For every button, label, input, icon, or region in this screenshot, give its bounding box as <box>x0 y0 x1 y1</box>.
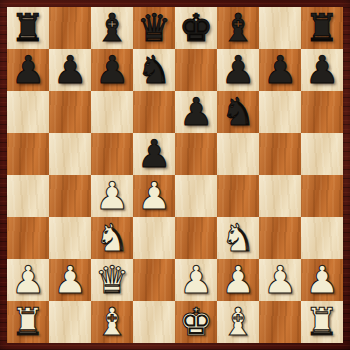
square-g5[interactable] <box>259 133 301 175</box>
square-f7[interactable]: ♟ <box>217 49 259 91</box>
square-g4[interactable] <box>259 175 301 217</box>
white-knight-c3[interactable]: ♞ <box>95 219 129 257</box>
square-a5[interactable] <box>7 133 49 175</box>
square-h5[interactable] <box>301 133 343 175</box>
square-c2[interactable]: ♛ <box>91 259 133 301</box>
white-bishop-c1[interactable]: ♝ <box>95 303 129 341</box>
square-g1[interactable] <box>259 301 301 343</box>
square-e5[interactable] <box>175 133 217 175</box>
square-f6[interactable]: ♞ <box>217 91 259 133</box>
white-pawn-b2[interactable]: ♟ <box>53 261 87 299</box>
square-a1[interactable]: ♜ <box>7 301 49 343</box>
square-d1[interactable] <box>133 301 175 343</box>
white-pawn-c4[interactable]: ♟ <box>95 177 129 215</box>
black-pawn-d5[interactable]: ♟ <box>137 135 171 173</box>
square-b5[interactable] <box>49 133 91 175</box>
square-h2[interactable]: ♟ <box>301 259 343 301</box>
square-d5[interactable]: ♟ <box>133 133 175 175</box>
black-knight-d7[interactable]: ♞ <box>137 51 171 89</box>
white-pawn-d4[interactable]: ♟ <box>137 177 171 215</box>
black-rook-h8[interactable]: ♜ <box>305 9 339 47</box>
black-pawn-a7[interactable]: ♟ <box>11 51 45 89</box>
square-d7[interactable]: ♞ <box>133 49 175 91</box>
square-b2[interactable]: ♟ <box>49 259 91 301</box>
square-e8[interactable]: ♚ <box>175 7 217 49</box>
square-a6[interactable] <box>7 91 49 133</box>
square-e1[interactable]: ♚ <box>175 301 217 343</box>
square-h4[interactable] <box>301 175 343 217</box>
square-b3[interactable] <box>49 217 91 259</box>
square-e3[interactable] <box>175 217 217 259</box>
white-queen-c2[interactable]: ♛ <box>95 261 129 299</box>
black-queen-d8[interactable]: ♛ <box>137 9 171 47</box>
square-a2[interactable]: ♟ <box>7 259 49 301</box>
square-a8[interactable]: ♜ <box>7 7 49 49</box>
square-b7[interactable]: ♟ <box>49 49 91 91</box>
square-e6[interactable]: ♟ <box>175 91 217 133</box>
square-h8[interactable]: ♜ <box>301 7 343 49</box>
black-knight-f6[interactable]: ♞ <box>221 93 255 131</box>
square-c1[interactable]: ♝ <box>91 301 133 343</box>
black-bishop-f8[interactable]: ♝ <box>221 9 255 47</box>
square-d2[interactable] <box>133 259 175 301</box>
white-pawn-f2[interactable]: ♟ <box>221 261 255 299</box>
square-h6[interactable] <box>301 91 343 133</box>
square-f5[interactable] <box>217 133 259 175</box>
square-d6[interactable] <box>133 91 175 133</box>
square-e2[interactable]: ♟ <box>175 259 217 301</box>
white-pawn-h2[interactable]: ♟ <box>305 261 339 299</box>
black-king-e8[interactable]: ♚ <box>179 9 213 47</box>
black-pawn-e6[interactable]: ♟ <box>179 93 213 131</box>
square-h1[interactable]: ♜ <box>301 301 343 343</box>
square-h3[interactable] <box>301 217 343 259</box>
square-f2[interactable]: ♟ <box>217 259 259 301</box>
square-c8[interactable]: ♝ <box>91 7 133 49</box>
square-g7[interactable]: ♟ <box>259 49 301 91</box>
white-rook-h1[interactable]: ♜ <box>305 303 339 341</box>
board-frame: ♜♝♛♚♝♜♟♟♟♞♟♟♟♟♞♟♟♟♞♞♟♟♛♟♟♟♟♜♝♚♝♜ <box>0 0 350 350</box>
square-c4[interactable]: ♟ <box>91 175 133 217</box>
square-c7[interactable]: ♟ <box>91 49 133 91</box>
square-g3[interactable] <box>259 217 301 259</box>
square-f8[interactable]: ♝ <box>217 7 259 49</box>
white-king-e1[interactable]: ♚ <box>179 303 213 341</box>
square-h7[interactable]: ♟ <box>301 49 343 91</box>
white-rook-a1[interactable]: ♜ <box>11 303 45 341</box>
black-pawn-b7[interactable]: ♟ <box>53 51 87 89</box>
square-a7[interactable]: ♟ <box>7 49 49 91</box>
chess-board: ♜♝♛♚♝♜♟♟♟♞♟♟♟♟♞♟♟♟♞♞♟♟♛♟♟♟♟♜♝♚♝♜ <box>7 7 343 343</box>
white-knight-f3[interactable]: ♞ <box>221 219 255 257</box>
square-g8[interactable] <box>259 7 301 49</box>
square-a4[interactable] <box>7 175 49 217</box>
black-pawn-c7[interactable]: ♟ <box>95 51 129 89</box>
white-bishop-f1[interactable]: ♝ <box>221 303 255 341</box>
square-b8[interactable] <box>49 7 91 49</box>
square-f1[interactable]: ♝ <box>217 301 259 343</box>
square-g6[interactable] <box>259 91 301 133</box>
square-c5[interactable] <box>91 133 133 175</box>
square-c3[interactable]: ♞ <box>91 217 133 259</box>
square-f3[interactable]: ♞ <box>217 217 259 259</box>
black-bishop-c8[interactable]: ♝ <box>95 9 129 47</box>
square-c6[interactable] <box>91 91 133 133</box>
black-pawn-f7[interactable]: ♟ <box>221 51 255 89</box>
square-a3[interactable] <box>7 217 49 259</box>
white-pawn-g2[interactable]: ♟ <box>263 261 297 299</box>
black-pawn-g7[interactable]: ♟ <box>263 51 297 89</box>
white-pawn-a2[interactable]: ♟ <box>11 261 45 299</box>
white-pawn-e2[interactable]: ♟ <box>179 261 213 299</box>
square-e4[interactable] <box>175 175 217 217</box>
square-g2[interactable]: ♟ <box>259 259 301 301</box>
square-d8[interactable]: ♛ <box>133 7 175 49</box>
black-rook-a8[interactable]: ♜ <box>11 9 45 47</box>
square-d3[interactable] <box>133 217 175 259</box>
square-d4[interactable]: ♟ <box>133 175 175 217</box>
square-b4[interactable] <box>49 175 91 217</box>
square-f4[interactable] <box>217 175 259 217</box>
square-b6[interactable] <box>49 91 91 133</box>
square-e7[interactable] <box>175 49 217 91</box>
black-pawn-h7[interactable]: ♟ <box>305 51 339 89</box>
square-b1[interactable] <box>49 301 91 343</box>
